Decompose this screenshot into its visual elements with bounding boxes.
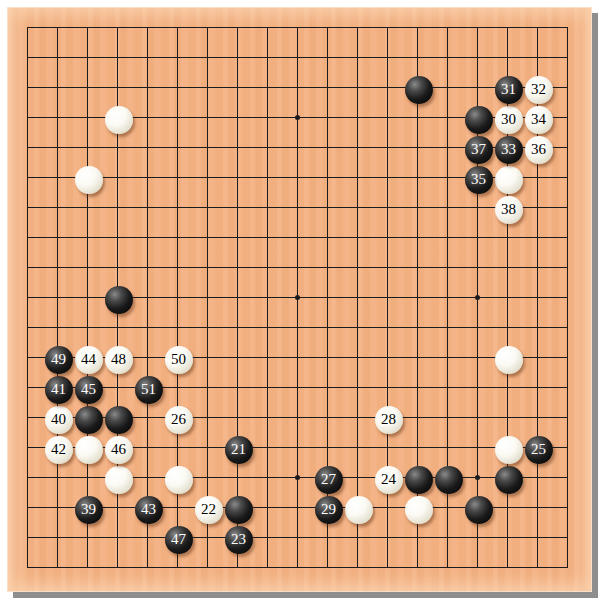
move-number-label: 21 (231, 442, 246, 457)
move-number-label: 42 (51, 442, 66, 457)
move-number-label: 49 (51, 352, 66, 367)
black-stone[interactable] (225, 496, 253, 524)
white-stone[interactable] (405, 496, 433, 524)
black-stone[interactable]: 29 (315, 496, 343, 524)
grid-line-horizontal (27, 387, 568, 388)
black-stone[interactable] (105, 406, 133, 434)
star-point (295, 475, 300, 480)
white-stone[interactable] (495, 346, 523, 374)
move-number-label: 37 (471, 142, 486, 157)
move-number-label: 36 (531, 142, 546, 157)
black-stone[interactable]: 31 (495, 76, 523, 104)
black-stone[interactable] (75, 406, 103, 434)
black-stone[interactable]: 35 (465, 166, 493, 194)
black-stone[interactable]: 39 (75, 496, 103, 524)
white-stone[interactable] (495, 166, 523, 194)
move-number-label: 51 (141, 382, 156, 397)
move-number-label: 43 (141, 502, 156, 517)
move-number-label: 38 (501, 202, 516, 217)
move-number-label: 27 (321, 472, 336, 487)
black-stone[interactable]: 27 (315, 466, 343, 494)
move-number-label: 31 (501, 82, 516, 97)
grid-line-horizontal (27, 537, 568, 538)
white-stone[interactable]: 48 (105, 346, 133, 374)
move-number-label: 50 (171, 352, 186, 367)
white-stone[interactable]: 28 (375, 406, 403, 434)
black-stone[interactable]: 37 (465, 136, 493, 164)
black-stone[interactable]: 45 (75, 376, 103, 404)
white-stone[interactable] (165, 466, 193, 494)
black-stone[interactable] (465, 106, 493, 134)
move-number-label: 23 (231, 532, 246, 547)
black-stone[interactable]: 41 (45, 376, 73, 404)
move-number-label: 26 (171, 412, 186, 427)
white-stone[interactable]: 34 (525, 106, 553, 134)
move-number-label: 34 (531, 112, 546, 127)
star-point (475, 475, 480, 480)
grid-line-horizontal (27, 567, 568, 568)
screenshot-root: { "game": "go", "board": { "size": 19, "… (0, 0, 600, 600)
grid-line-vertical (357, 27, 358, 568)
move-number-label: 45 (81, 382, 96, 397)
black-stone[interactable]: 51 (135, 376, 163, 404)
black-stone[interactable] (495, 466, 523, 494)
go-board[interactable]: 2122232425262728293031323334353637383940… (7, 7, 592, 592)
move-number-label: 41 (51, 382, 66, 397)
black-stone[interactable] (435, 466, 463, 494)
black-stone[interactable]: 43 (135, 496, 163, 524)
move-number-label: 33 (501, 142, 516, 157)
black-stone[interactable] (405, 466, 433, 494)
white-stone[interactable]: 42 (45, 436, 73, 464)
move-number-label: 35 (471, 172, 486, 187)
grid-line-horizontal (27, 327, 568, 328)
white-stone[interactable] (105, 466, 133, 494)
white-stone[interactable] (105, 106, 133, 134)
move-number-label: 24 (381, 472, 396, 487)
move-number-label: 25 (531, 442, 546, 457)
black-stone[interactable]: 25 (525, 436, 553, 464)
black-stone[interactable]: 21 (225, 436, 253, 464)
star-point (295, 115, 300, 120)
move-number-label: 32 (531, 82, 546, 97)
star-point (475, 295, 480, 300)
grid-line-vertical (567, 27, 568, 568)
move-number-label: 47 (171, 532, 186, 547)
move-number-label: 22 (201, 502, 216, 517)
black-stone[interactable]: 49 (45, 346, 73, 374)
white-stone[interactable]: 40 (45, 406, 73, 434)
move-number-label: 29 (321, 502, 336, 517)
black-stone[interactable]: 23 (225, 526, 253, 554)
white-stone[interactable] (495, 436, 523, 464)
white-stone[interactable]: 24 (375, 466, 403, 494)
black-stone[interactable]: 47 (165, 526, 193, 554)
page-background: 2122232425262728293031323334353637383940… (0, 0, 600, 600)
star-point (295, 295, 300, 300)
move-number-label: 46 (111, 442, 126, 457)
move-number-label: 48 (111, 352, 126, 367)
white-stone[interactable] (75, 166, 103, 194)
black-stone[interactable] (105, 286, 133, 314)
black-stone[interactable] (405, 76, 433, 104)
move-number-label: 28 (381, 412, 396, 427)
white-stone[interactable]: 44 (75, 346, 103, 374)
move-number-label: 40 (51, 412, 66, 427)
move-number-label: 39 (81, 502, 96, 517)
move-number-label: 30 (501, 112, 516, 127)
white-stone[interactable]: 46 (105, 436, 133, 464)
white-stone[interactable]: 38 (495, 196, 523, 224)
white-stone[interactable] (345, 496, 373, 524)
white-stone[interactable]: 32 (525, 76, 553, 104)
white-stone[interactable]: 22 (195, 496, 223, 524)
black-stone[interactable] (465, 496, 493, 524)
move-number-label: 44 (81, 352, 96, 367)
white-stone[interactable] (75, 436, 103, 464)
white-stone[interactable]: 50 (165, 346, 193, 374)
white-stone[interactable]: 36 (525, 136, 553, 164)
black-stone[interactable]: 33 (495, 136, 523, 164)
white-stone[interactable]: 30 (495, 106, 523, 134)
white-stone[interactable]: 26 (165, 406, 193, 434)
